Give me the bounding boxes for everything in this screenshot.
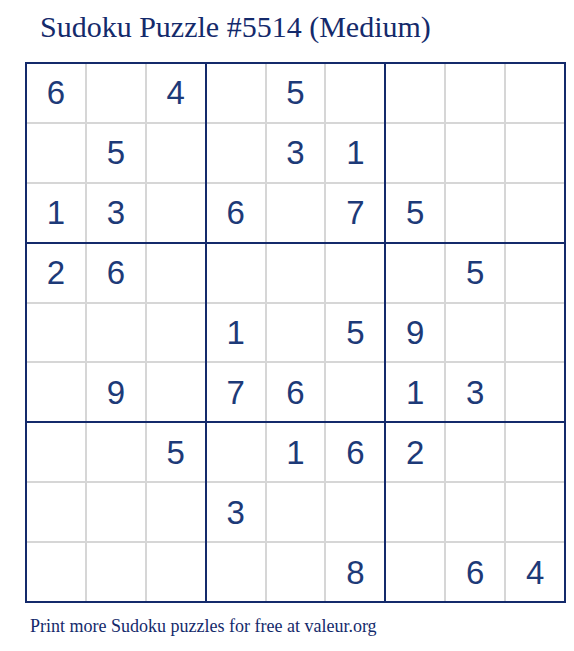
cell-r4c5[interactable] (267, 244, 325, 302)
cell-r6c7: 1 (386, 363, 444, 421)
cell-r6c3[interactable] (147, 363, 205, 421)
cell-r5c5[interactable] (267, 304, 325, 362)
cell-r8c2[interactable] (87, 483, 145, 541)
cell-r5c1[interactable] (27, 304, 85, 362)
cell-r6c9[interactable] (506, 363, 564, 421)
sudoku-grid: 645531136752651599761351623864 (27, 64, 564, 601)
cell-r3c1: 1 (27, 184, 85, 242)
cell-r7c4[interactable] (207, 423, 265, 481)
cell-r3c3[interactable] (147, 184, 205, 242)
cell-r2c3[interactable] (147, 124, 205, 182)
cell-r9c2[interactable] (87, 543, 145, 601)
cell-r8c3[interactable] (147, 483, 205, 541)
cell-r3c5[interactable] (267, 184, 325, 242)
cell-r6c5: 6 (267, 363, 325, 421)
cell-r1c1: 6 (27, 64, 85, 122)
cell-r2c9[interactable] (506, 124, 564, 182)
cell-r2c1[interactable] (27, 124, 85, 182)
cell-r5c8[interactable] (446, 304, 504, 362)
cell-r5c7: 9 (386, 304, 444, 362)
cell-r1c8[interactable] (446, 64, 504, 122)
cell-r2c2: 5 (87, 124, 145, 182)
cell-r9c1[interactable] (27, 543, 85, 601)
cell-r9c7[interactable] (386, 543, 444, 601)
cell-r2c6: 1 (326, 124, 384, 182)
cell-r4c4[interactable] (207, 244, 265, 302)
cell-r5c3[interactable] (147, 304, 205, 362)
cell-r8c8[interactable] (446, 483, 504, 541)
cell-r3c9[interactable] (506, 184, 564, 242)
cell-r4c6[interactable] (326, 244, 384, 302)
cell-r6c1[interactable] (27, 363, 85, 421)
cell-r6c6[interactable] (326, 363, 384, 421)
cell-r9c8: 6 (446, 543, 504, 601)
cell-r4c3[interactable] (147, 244, 205, 302)
cell-r1c5: 5 (267, 64, 325, 122)
cell-r9c6: 8 (326, 543, 384, 601)
cell-r7c2[interactable] (87, 423, 145, 481)
cell-r6c2: 9 (87, 363, 145, 421)
cell-r8c4: 3 (207, 483, 265, 541)
cell-r7c7: 2 (386, 423, 444, 481)
cell-r3c6: 7 (326, 184, 384, 242)
block-line-vertical-2 (384, 64, 386, 601)
cell-r7c9[interactable] (506, 423, 564, 481)
cell-r7c5: 1 (267, 423, 325, 481)
cell-r9c5[interactable] (267, 543, 325, 601)
cell-r6c8: 3 (446, 363, 504, 421)
cell-r5c6: 5 (326, 304, 384, 362)
cell-r5c9[interactable] (506, 304, 564, 362)
cell-r7c3: 5 (147, 423, 205, 481)
cell-r4c1: 2 (27, 244, 85, 302)
footer-text: Print more Sudoku puzzles for free at va… (30, 616, 377, 637)
cell-r1c6[interactable] (326, 64, 384, 122)
sudoku-board: 645531136752651599761351623864 (25, 62, 566, 603)
cell-r8c9[interactable] (506, 483, 564, 541)
cell-r2c7[interactable] (386, 124, 444, 182)
cell-r7c6: 6 (326, 423, 384, 481)
page-title: Sudoku Puzzle #5514 (Medium) (40, 10, 431, 44)
cell-r4c8: 5 (446, 244, 504, 302)
block-line-horizontal-2 (27, 421, 564, 423)
cell-r8c7[interactable] (386, 483, 444, 541)
cell-r9c3[interactable] (147, 543, 205, 601)
cell-r1c2[interactable] (87, 64, 145, 122)
cell-r2c8[interactable] (446, 124, 504, 182)
cell-r7c8[interactable] (446, 423, 504, 481)
cell-r5c4: 1 (207, 304, 265, 362)
cell-r1c9[interactable] (506, 64, 564, 122)
block-line-vertical-1 (205, 64, 207, 601)
cell-r8c1[interactable] (27, 483, 85, 541)
cell-r8c5[interactable] (267, 483, 325, 541)
cell-r4c7[interactable] (386, 244, 444, 302)
cell-r3c7: 5 (386, 184, 444, 242)
cell-r2c5: 3 (267, 124, 325, 182)
cell-r6c4: 7 (207, 363, 265, 421)
cell-r2c4[interactable] (207, 124, 265, 182)
cell-r8c6[interactable] (326, 483, 384, 541)
block-line-horizontal-1 (27, 242, 564, 244)
cell-r9c4[interactable] (207, 543, 265, 601)
cell-r3c2: 3 (87, 184, 145, 242)
cell-r4c9[interactable] (506, 244, 564, 302)
cell-r3c4: 6 (207, 184, 265, 242)
cell-r1c3: 4 (147, 64, 205, 122)
cell-r5c2[interactable] (87, 304, 145, 362)
cell-r7c1[interactable] (27, 423, 85, 481)
cell-r3c8[interactable] (446, 184, 504, 242)
cell-r1c4[interactable] (207, 64, 265, 122)
cell-r9c9: 4 (506, 543, 564, 601)
cell-r4c2: 6 (87, 244, 145, 302)
cell-r1c7[interactable] (386, 64, 444, 122)
